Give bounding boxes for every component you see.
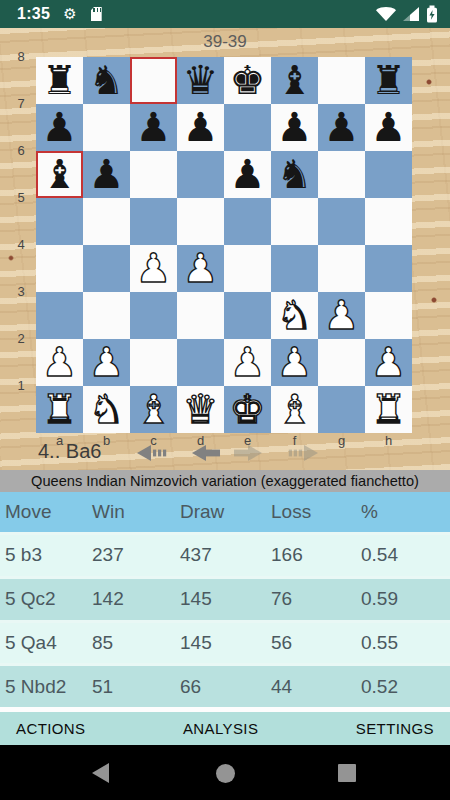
white-pawn: ♟	[89, 339, 125, 386]
square-b3[interactable]	[83, 292, 130, 339]
white-pawn: ♟	[371, 339, 407, 386]
square-d3[interactable]	[177, 292, 224, 339]
white-knight: ♞	[89, 386, 125, 433]
square-g8[interactable]	[318, 57, 365, 104]
square-b7[interactable]	[83, 104, 130, 151]
square-e8[interactable]: ♚	[224, 57, 271, 104]
white-pawn: ♟	[277, 339, 313, 386]
square-g7[interactable]: ♟	[318, 104, 365, 151]
white-bishop: ♝	[136, 386, 172, 433]
cell-win: 51	[92, 676, 180, 698]
cell-move: 5 Nbd2	[5, 676, 92, 698]
square-c3[interactable]	[130, 292, 177, 339]
clock: 1:35	[17, 5, 50, 23]
sd-card-icon	[91, 7, 102, 21]
white-queen: ♛	[183, 386, 219, 433]
current-move-label: 4.. Ba6	[38, 440, 101, 463]
cell-draw: 437	[180, 544, 271, 566]
square-a6[interactable]: ♝	[36, 151, 83, 198]
square-c5[interactable]	[130, 198, 177, 245]
cell-pct: 0.52	[361, 676, 450, 698]
table-header: Move Win Draw Loss %	[0, 492, 450, 532]
actions-button[interactable]: ACTIONS	[16, 720, 85, 737]
rank-label-7: 7	[13, 96, 29, 111]
cell-move: 5 Qc2	[5, 588, 92, 610]
square-a8[interactable]: ♜	[36, 57, 83, 104]
square-b6[interactable]: ♟	[83, 151, 130, 198]
square-a2[interactable]: ♟	[36, 339, 83, 386]
square-a1[interactable]: ♜	[36, 386, 83, 433]
col-pct: %	[361, 501, 450, 523]
square-e1[interactable]: ♚	[224, 386, 271, 433]
white-pawn: ♟	[42, 339, 78, 386]
cell-pct: 0.59	[361, 588, 450, 610]
square-g3[interactable]: ♟	[318, 292, 365, 339]
nav-recents-icon[interactable]	[338, 764, 356, 782]
black-pawn: ♟	[230, 151, 266, 198]
square-b8[interactable]: ♞	[83, 57, 130, 104]
status-bar: 1:35 ⚙	[0, 0, 450, 28]
white-king: ♚	[230, 386, 266, 433]
black-pawn: ♟	[183, 104, 219, 151]
rank-label-2: 2	[13, 331, 29, 346]
opening-name-bar: Queens Indian Nimzovich variation (exagg…	[0, 470, 450, 492]
square-b2[interactable]: ♟	[83, 339, 130, 386]
square-f3[interactable]: ♞	[271, 292, 318, 339]
cell-loss: 44	[271, 676, 361, 698]
cell-loss: 56	[271, 632, 361, 654]
file-label-h: h	[365, 433, 412, 448]
rank-label-4: 4	[13, 237, 29, 252]
rank-label-8: 8	[13, 49, 29, 64]
white-pawn: ♟	[230, 339, 266, 386]
white-pawn: ♟	[136, 245, 172, 292]
square-d5[interactable]	[177, 198, 224, 245]
white-pawn: ♟	[324, 292, 360, 339]
black-pawn: ♟	[42, 104, 78, 151]
black-rook: ♜	[42, 57, 78, 104]
square-f2[interactable]: ♟	[271, 339, 318, 386]
square-g1[interactable]	[318, 386, 365, 433]
rank-label-3: 3	[13, 284, 29, 299]
square-e6[interactable]: ♟	[224, 151, 271, 198]
cell-move: 5 Qa4	[5, 632, 92, 654]
table-row[interactable]: 5 Qa485145560.55	[0, 620, 450, 664]
back-button[interactable]	[192, 443, 222, 463]
black-pawn: ♟	[371, 104, 407, 151]
black-pawn: ♟	[89, 151, 125, 198]
forward-button[interactable]	[232, 443, 262, 463]
square-a4[interactable]	[36, 245, 83, 292]
col-win: Win	[92, 501, 180, 523]
cell-draw: 145	[180, 632, 271, 654]
rank-label-5: 5	[13, 190, 29, 205]
square-d4[interactable]: ♟	[177, 245, 224, 292]
square-b1[interactable]: ♞	[83, 386, 130, 433]
square-a3[interactable]	[36, 292, 83, 339]
square-e2[interactable]: ♟	[224, 339, 271, 386]
table-row[interactable]: 5 Qc2142145760.59	[0, 576, 450, 620]
col-loss: Loss	[271, 501, 361, 523]
black-knight: ♞	[89, 57, 125, 104]
cell-loss: 76	[271, 588, 361, 610]
cell-draw: 66	[180, 676, 271, 698]
square-h8[interactable]: ♜	[365, 57, 412, 104]
square-a7[interactable]: ♟	[36, 104, 83, 151]
white-pawn: ♟	[183, 245, 219, 292]
app-window: 1:35 ⚙ 39-39 ♜♞♛♚♝♜♟♟♟♟♟♟♝♟♟♞♟♟♞♟♟♟♟♟♟♜♞…	[0, 0, 450, 800]
battery-charging-icon	[426, 5, 438, 23]
cell-draw: 145	[180, 588, 271, 610]
cell-win: 237	[92, 544, 180, 566]
cell-pct: 0.55	[361, 632, 450, 654]
square-e3[interactable]	[224, 292, 271, 339]
square-a5[interactable]	[36, 198, 83, 245]
nav-back-icon[interactable]	[92, 763, 109, 783]
score-label: 39-39	[0, 32, 450, 52]
android-nav-bar	[0, 745, 450, 800]
cell-win: 85	[92, 632, 180, 654]
square-d2[interactable]	[177, 339, 224, 386]
gear-icon: ⚙	[63, 0, 76, 28]
square-e4[interactable]	[224, 245, 271, 292]
square-c1[interactable]: ♝	[130, 386, 177, 433]
square-f1[interactable]: ♝	[271, 386, 318, 433]
rank-label-1: 1	[13, 378, 29, 393]
square-h2[interactable]: ♟	[365, 339, 412, 386]
square-f4[interactable]	[271, 245, 318, 292]
square-d7[interactable]: ♟	[177, 104, 224, 151]
square-c2[interactable]	[130, 339, 177, 386]
chess-board: ♜♞♛♚♝♜♟♟♟♟♟♟♝♟♟♞♟♟♞♟♟♟♟♟♟♜♞♝♛♚♝♜	[36, 57, 412, 433]
square-g2[interactable]	[318, 339, 365, 386]
black-knight: ♞	[277, 151, 313, 198]
square-d6[interactable]	[177, 151, 224, 198]
col-move: Move	[5, 501, 92, 523]
bottom-menu-bar: ACTIONS ANALYSIS SETTINGS	[0, 712, 450, 745]
seek-back-button[interactable]	[137, 443, 167, 463]
square-c8[interactable]	[130, 57, 177, 104]
settings-button[interactable]: SETTINGS	[356, 720, 434, 737]
black-pawn: ♟	[136, 104, 172, 151]
white-rook: ♜	[371, 386, 407, 433]
black-bishop: ♝	[42, 151, 78, 198]
white-knight: ♞	[277, 292, 313, 339]
white-rook: ♜	[42, 386, 78, 433]
square-h5[interactable]	[365, 198, 412, 245]
square-f6[interactable]: ♞	[271, 151, 318, 198]
black-rook: ♜	[371, 57, 407, 104]
file-label-g: g	[318, 433, 365, 448]
cell-move: 5 b3	[5, 544, 92, 566]
square-h4[interactable]	[365, 245, 412, 292]
rank-label-6: 6	[13, 143, 29, 158]
square-c7[interactable]: ♟	[130, 104, 177, 151]
analysis-button[interactable]: ANALYSIS	[183, 720, 258, 737]
white-bishop: ♝	[277, 386, 313, 433]
seek-forward-button[interactable]	[288, 443, 318, 463]
square-c4[interactable]: ♟	[130, 245, 177, 292]
square-d1[interactable]: ♛	[177, 386, 224, 433]
cell-win: 142	[92, 588, 180, 610]
black-queen: ♛	[183, 57, 219, 104]
table-row[interactable]: 5 b32374371660.54	[0, 532, 450, 576]
black-bishop: ♝	[277, 57, 313, 104]
table-row[interactable]: 5 Nbd25166440.52	[0, 663, 450, 707]
square-h6[interactable]	[365, 151, 412, 198]
cell-pct: 0.54	[361, 544, 450, 566]
square-h1[interactable]: ♜	[365, 386, 412, 433]
square-e5[interactable]	[224, 198, 271, 245]
square-b4[interactable]	[83, 245, 130, 292]
move-stats-table: Move Win Draw Loss % 5 b32374371660.545 …	[0, 492, 450, 707]
square-f5[interactable]	[271, 198, 318, 245]
square-f8[interactable]: ♝	[271, 57, 318, 104]
square-g4[interactable]	[318, 245, 365, 292]
square-h3[interactable]	[365, 292, 412, 339]
cell-loss: 166	[271, 544, 361, 566]
square-c6[interactable]	[130, 151, 177, 198]
black-pawn: ♟	[324, 104, 360, 151]
board-area: 39-39 ♜♞♛♚♝♜♟♟♟♟♟♟♝♟♟♞♟♟♞♟♟♟♟♟♟♜♞♝♛♚♝♜ 8…	[0, 28, 450, 470]
nav-home-icon[interactable]	[216, 764, 235, 783]
col-draw: Draw	[180, 501, 271, 523]
square-g5[interactable]	[318, 198, 365, 245]
square-e7[interactable]	[224, 104, 271, 151]
wifi-icon	[376, 7, 396, 21]
square-d8[interactable]: ♛	[177, 57, 224, 104]
square-b5[interactable]	[83, 198, 130, 245]
black-pawn: ♟	[277, 104, 313, 151]
black-king: ♚	[230, 57, 266, 104]
square-g6[interactable]	[318, 151, 365, 198]
signal-icon	[403, 7, 419, 21]
square-f7[interactable]: ♟	[271, 104, 318, 151]
square-h7[interactable]: ♟	[365, 104, 412, 151]
